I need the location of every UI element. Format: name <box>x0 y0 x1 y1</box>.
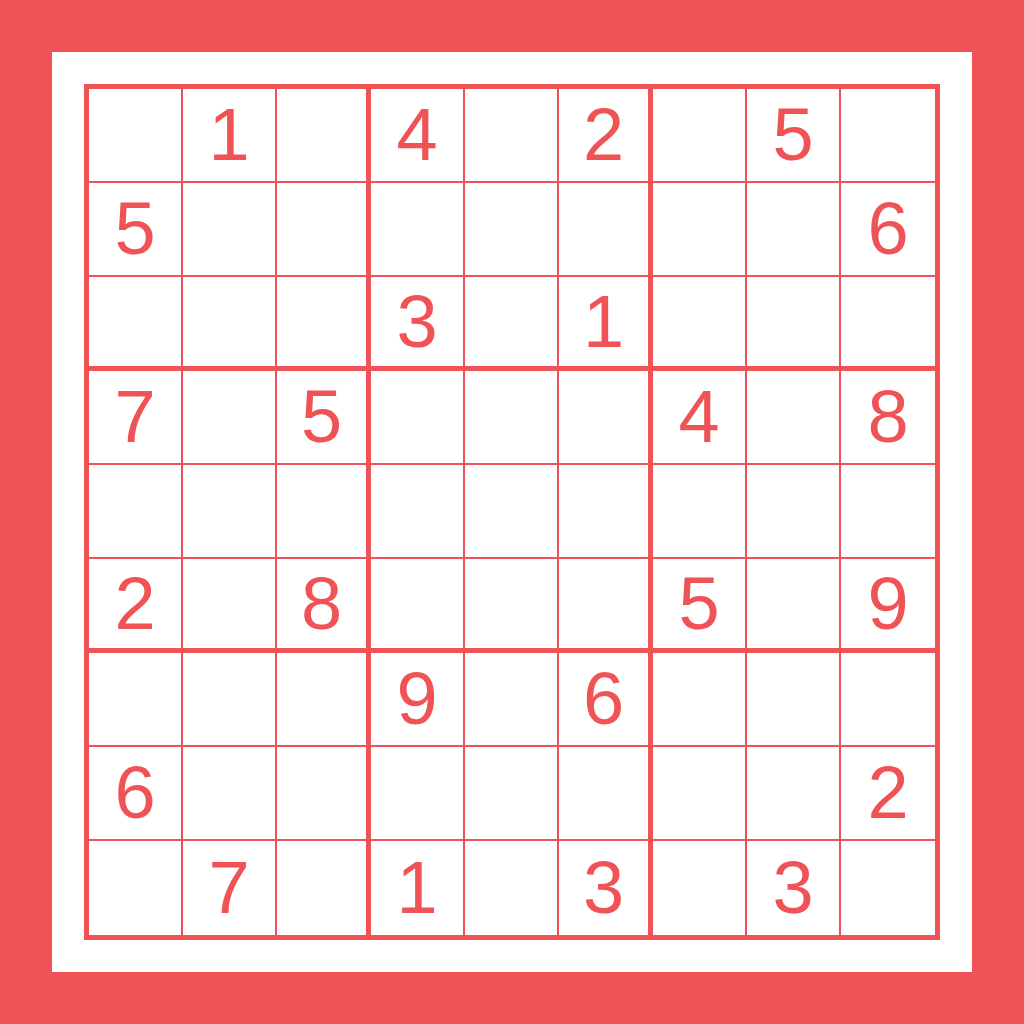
cell-r4c4[interactable] <box>371 371 465 465</box>
cell-r7c9[interactable] <box>841 653 935 747</box>
given-digit: 8 <box>301 567 342 641</box>
cell-r9c3[interactable] <box>277 841 371 935</box>
cell-r2c8[interactable] <box>747 183 841 277</box>
puzzle-frame: 142556317548285996627133 <box>52 52 972 972</box>
cell-r9c9[interactable] <box>841 841 935 935</box>
cell-r7c4[interactable]: 9 <box>371 653 465 747</box>
cell-r5c4[interactable] <box>371 465 465 559</box>
cell-r6c1[interactable]: 2 <box>89 559 183 653</box>
cell-r1c9[interactable] <box>841 89 935 183</box>
given-digit: 3 <box>396 285 437 359</box>
cell-r5c1[interactable] <box>89 465 183 559</box>
given-digit: 3 <box>583 851 624 925</box>
cell-r2c4[interactable] <box>371 183 465 277</box>
given-digit: 9 <box>867 567 908 641</box>
cell-r2c7[interactable] <box>653 183 747 277</box>
cell-r4c8[interactable] <box>747 371 841 465</box>
cell-r9c6[interactable]: 3 <box>559 841 653 935</box>
cell-r5c5[interactable] <box>465 465 559 559</box>
cell-r2c6[interactable] <box>559 183 653 277</box>
cell-r1c5[interactable] <box>465 89 559 183</box>
given-digit: 6 <box>114 756 155 830</box>
cell-r7c1[interactable] <box>89 653 183 747</box>
cell-r3c6[interactable]: 1 <box>559 277 653 371</box>
cell-r3c2[interactable] <box>183 277 277 371</box>
cell-r3c4[interactable]: 3 <box>371 277 465 371</box>
cell-r5c3[interactable] <box>277 465 371 559</box>
cell-r6c9[interactable]: 9 <box>841 559 935 653</box>
cell-r8c3[interactable] <box>277 747 371 841</box>
cell-r9c5[interactable] <box>465 841 559 935</box>
cell-r8c6[interactable] <box>559 747 653 841</box>
cell-r5c8[interactable] <box>747 465 841 559</box>
cell-r9c7[interactable] <box>653 841 747 935</box>
cell-r4c3[interactable]: 5 <box>277 371 371 465</box>
cell-r9c4[interactable]: 1 <box>371 841 465 935</box>
cell-r4c6[interactable] <box>559 371 653 465</box>
given-digit: 2 <box>114 567 155 641</box>
cell-r1c2[interactable]: 1 <box>183 89 277 183</box>
cell-r6c4[interactable] <box>371 559 465 653</box>
cell-r9c8[interactable]: 3 <box>747 841 841 935</box>
given-digit: 2 <box>583 98 624 172</box>
cell-r8c4[interactable] <box>371 747 465 841</box>
given-digit: 5 <box>678 567 719 641</box>
cell-r3c9[interactable] <box>841 277 935 371</box>
cell-r3c3[interactable] <box>277 277 371 371</box>
cell-r5c7[interactable] <box>653 465 747 559</box>
cell-r4c7[interactable]: 4 <box>653 371 747 465</box>
sudoku-board: 142556317548285996627133 <box>84 84 940 940</box>
cell-r8c7[interactable] <box>653 747 747 841</box>
given-digit: 1 <box>208 98 249 172</box>
given-digit: 9 <box>396 662 437 736</box>
given-digit: 6 <box>583 662 624 736</box>
cell-r7c7[interactable] <box>653 653 747 747</box>
given-digit: 7 <box>208 851 249 925</box>
cell-r3c5[interactable] <box>465 277 559 371</box>
cell-r8c2[interactable] <box>183 747 277 841</box>
cell-r7c6[interactable]: 6 <box>559 653 653 747</box>
cell-r4c9[interactable]: 8 <box>841 371 935 465</box>
cell-r4c1[interactable]: 7 <box>89 371 183 465</box>
given-digit: 5 <box>114 192 155 266</box>
cell-r7c3[interactable] <box>277 653 371 747</box>
cell-r6c8[interactable] <box>747 559 841 653</box>
cell-r1c1[interactable] <box>89 89 183 183</box>
cell-r5c9[interactable] <box>841 465 935 559</box>
cell-r6c7[interactable]: 5 <box>653 559 747 653</box>
given-digit: 1 <box>583 285 624 359</box>
cell-r9c1[interactable] <box>89 841 183 935</box>
cell-r4c5[interactable] <box>465 371 559 465</box>
cell-r2c9[interactable]: 6 <box>841 183 935 277</box>
given-digit: 2 <box>867 756 908 830</box>
cell-r8c8[interactable] <box>747 747 841 841</box>
cell-r3c7[interactable] <box>653 277 747 371</box>
cell-r7c5[interactable] <box>465 653 559 747</box>
cell-r1c4[interactable]: 4 <box>371 89 465 183</box>
cell-r5c6[interactable] <box>559 465 653 559</box>
given-digit: 1 <box>396 851 437 925</box>
cell-r7c2[interactable] <box>183 653 277 747</box>
cell-r6c5[interactable] <box>465 559 559 653</box>
cell-r8c5[interactable] <box>465 747 559 841</box>
given-digit: 7 <box>114 380 155 454</box>
cell-r5c2[interactable] <box>183 465 277 559</box>
cell-r3c1[interactable] <box>89 277 183 371</box>
cell-r2c2[interactable] <box>183 183 277 277</box>
given-digit: 3 <box>772 851 813 925</box>
cell-r1c7[interactable] <box>653 89 747 183</box>
given-digit: 5 <box>301 380 342 454</box>
given-digit: 6 <box>867 192 908 266</box>
cell-r8c9[interactable]: 2 <box>841 747 935 841</box>
cell-r2c5[interactable] <box>465 183 559 277</box>
given-digit: 4 <box>396 98 437 172</box>
cell-r4c2[interactable] <box>183 371 277 465</box>
cell-r6c2[interactable] <box>183 559 277 653</box>
cell-r6c3[interactable]: 8 <box>277 559 371 653</box>
given-digit: 5 <box>772 98 813 172</box>
cell-r8c1[interactable]: 6 <box>89 747 183 841</box>
cell-r1c8[interactable]: 5 <box>747 89 841 183</box>
given-digit: 8 <box>867 380 908 454</box>
cell-r1c3[interactable] <box>277 89 371 183</box>
cell-r2c1[interactable]: 5 <box>89 183 183 277</box>
cell-r2c3[interactable] <box>277 183 371 277</box>
cell-r1c6[interactable]: 2 <box>559 89 653 183</box>
cell-r3c8[interactable] <box>747 277 841 371</box>
given-digit: 4 <box>678 380 719 454</box>
cell-r9c2[interactable]: 7 <box>183 841 277 935</box>
cell-r6c6[interactable] <box>559 559 653 653</box>
cell-r7c8[interactable] <box>747 653 841 747</box>
